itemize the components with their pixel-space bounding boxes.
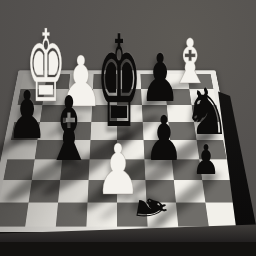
- piece-black-pawn-a5[interactable]: ♟: [7, 83, 47, 149]
- piece-black-pawn-h3[interactable]: ♟: [192, 140, 220, 181]
- piece-black-bishop-c4[interactable]: ♝: [45, 85, 93, 174]
- piece-black-knight-f1[interactable]: ♞: [130, 190, 175, 227]
- square-a2: [0, 180, 32, 202]
- square-c2: [58, 180, 89, 202]
- square-g1: [176, 203, 209, 227]
- square-b2: [29, 180, 61, 202]
- piece-black-king-e5[interactable]: ♚: [96, 19, 142, 146]
- piece-black-pawn-f4[interactable]: ♟: [145, 108, 184, 170]
- square-a1: [0, 203, 29, 227]
- scene: ♝♟♚♟♚♞♟♝♟♟♟♞: [0, 0, 256, 256]
- square-b1: [25, 203, 58, 227]
- square-c1: [56, 203, 88, 227]
- piece-black-knight-h5[interactable]: ♞: [183, 80, 230, 144]
- square-a3: [3, 159, 34, 180]
